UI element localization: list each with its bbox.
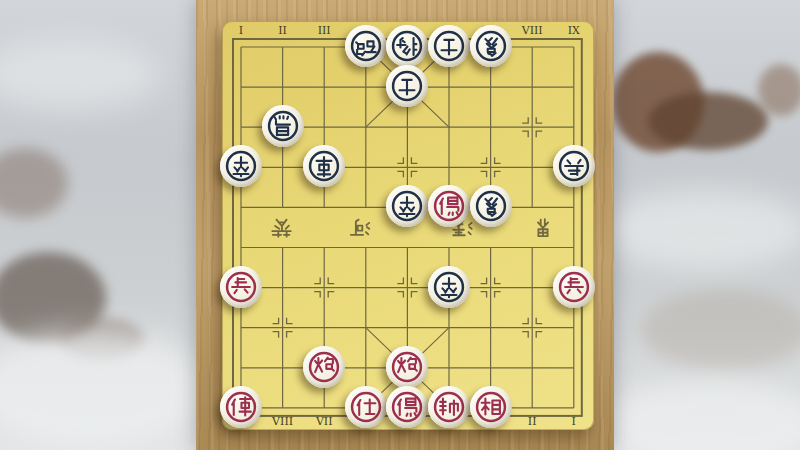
- river-character: [351, 220, 369, 235]
- file-label-top: IX: [568, 24, 580, 37]
- file-label-bottom: VIII: [271, 415, 293, 428]
- piece-black-advisor[interactable]: [428, 25, 470, 67]
- file-label-bottom: VII: [315, 415, 333, 428]
- piece-red-horse[interactable]: [428, 185, 470, 227]
- mountain-rock: [648, 92, 768, 150]
- mountain-rock: [0, 148, 68, 218]
- piece-black-elephant[interactable]: [470, 185, 512, 227]
- fog-bank: [600, 190, 800, 270]
- file-label-top: VIII: [521, 24, 543, 37]
- piece-black-general[interactable]: [386, 25, 428, 67]
- piece-red-soldier[interactable]: [553, 266, 595, 308]
- piece-red-soldier[interactable]: [220, 266, 262, 308]
- fog-bank: [600, 380, 800, 450]
- piece-black-elephant[interactable]: [470, 25, 512, 67]
- file-label-bottom: I: [572, 415, 576, 428]
- piece-red-advisor[interactable]: [345, 386, 387, 428]
- scene: IIIIIIIVVVIVIIVIIIIXIXVIIIVIIVIVIVIIIIII: [0, 0, 800, 450]
- mountain-rock: [758, 64, 800, 116]
- piece-black-horse[interactable]: [262, 105, 304, 147]
- file-label-top: III: [318, 24, 331, 37]
- file-label-bottom: II: [528, 415, 537, 428]
- piece-red-chariot[interactable]: [220, 386, 262, 428]
- piece-black-soldier[interactable]: [220, 145, 262, 187]
- piece-black-soldier[interactable]: [553, 145, 595, 187]
- fog-bank: [0, 40, 160, 110]
- piece-red-elephant[interactable]: [470, 386, 512, 428]
- piece-black-cannon[interactable]: [345, 25, 387, 67]
- piece-red-cannon[interactable]: [303, 346, 345, 388]
- file-label-top: II: [278, 24, 287, 37]
- piece-black-soldier[interactable]: [428, 266, 470, 308]
- piece-black-chariot[interactable]: [303, 145, 345, 187]
- fog-bank: [0, 330, 210, 450]
- piece-red-horse[interactable]: [386, 386, 428, 428]
- file-label-top: I: [239, 24, 243, 37]
- piece-black-soldier[interactable]: [386, 185, 428, 227]
- piece-red-general[interactable]: [428, 386, 470, 428]
- piece-red-cannon[interactable]: [386, 346, 428, 388]
- xiangqi-board: IIIIIIIVVVIVIIVIIIIXIXVIIIVIIVIVIVIIIIII: [222, 21, 594, 430]
- piece-black-advisor[interactable]: [386, 65, 428, 107]
- river-character: [538, 219, 548, 236]
- mountain-rock: [640, 290, 800, 370]
- river-character: [272, 220, 290, 237]
